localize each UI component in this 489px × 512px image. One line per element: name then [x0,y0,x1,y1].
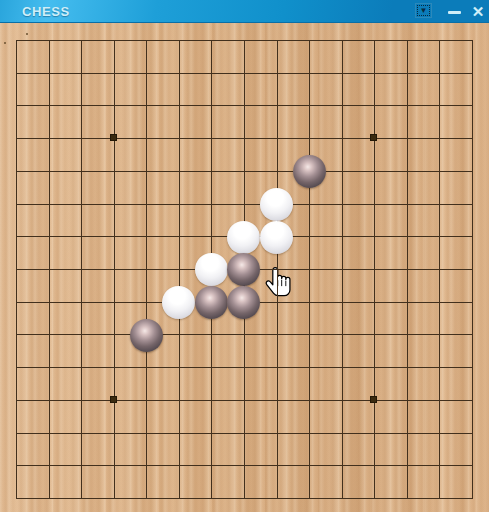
titlebar-dropdown-button[interactable]: ▼ [415,3,432,18]
grid-line-horizontal [16,465,473,466]
grid-line-horizontal [16,433,473,434]
grid-line-horizontal [16,334,473,335]
black-stone [293,155,326,188]
grid-line-vertical [439,40,440,499]
chevron-down-icon: ▼ [420,7,428,15]
grid-line-vertical [374,40,375,499]
wood-knot [4,42,6,44]
white-stone [227,221,260,254]
grid-line-horizontal [16,367,473,368]
black-stone [130,319,163,352]
grid-line-horizontal [16,400,473,401]
grid-line-vertical [472,40,473,499]
minimize-icon [448,11,461,14]
black-stone [227,253,260,286]
grid-line-horizontal [16,498,473,499]
app-window: CHESS ▼ ✕ [0,0,489,512]
mouse-cursor [264,266,294,299]
star-point [110,134,117,141]
star-point [370,396,377,403]
close-button[interactable]: ✕ [467,0,489,23]
black-stone [195,286,228,319]
titlebar[interactable]: CHESS ▼ ✕ [0,0,489,23]
white-stone [162,286,195,319]
wood-knot [26,33,28,35]
white-stone [260,221,293,254]
grid-line-vertical [309,40,310,499]
white-stone [195,253,228,286]
white-stone [260,188,293,221]
grid-line-vertical [407,40,408,499]
gomoku-board[interactable] [0,23,489,512]
window-title: CHESS [22,4,70,19]
star-point [370,134,377,141]
black-stone [227,286,260,319]
grid-line-vertical [277,40,278,499]
minimize-button[interactable] [444,0,466,23]
grid-line-vertical [342,40,343,499]
star-point [110,396,117,403]
